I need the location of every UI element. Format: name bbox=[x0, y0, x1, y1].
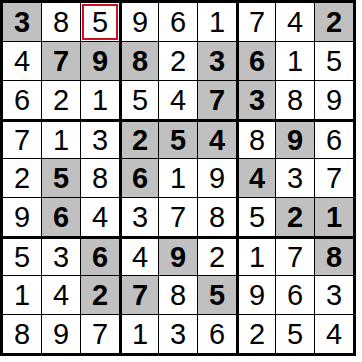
sudoku-cell-r3c9[interactable]: 9 bbox=[315, 81, 353, 119]
sudoku-cell-r3c1[interactable]: 6 bbox=[3, 81, 41, 119]
sudoku-cell-r7c7[interactable]: 1 bbox=[237, 237, 275, 275]
sudoku-cell-r5c3[interactable]: 8 bbox=[81, 159, 119, 197]
sudoku-cell-r1c5[interactable]: 6 bbox=[159, 3, 197, 41]
sudoku-cell-r5c8[interactable]: 3 bbox=[276, 159, 314, 197]
sudoku-cell-r7c3[interactable]: 6 bbox=[81, 237, 119, 275]
sudoku-cell-r9c7[interactable]: 2 bbox=[237, 315, 275, 353]
sudoku-cell-r7c2[interactable]: 3 bbox=[42, 237, 80, 275]
sudoku-cell-r8c8[interactable]: 6 bbox=[276, 276, 314, 314]
sudoku-cell-r6c6[interactable]: 8 bbox=[198, 198, 236, 236]
sudoku-cell-r1c7[interactable]: 7 bbox=[237, 3, 275, 41]
sudoku-cell-r5c9[interactable]: 7 bbox=[315, 159, 353, 197]
sudoku-cell-r3c6[interactable]: 7 bbox=[198, 81, 236, 119]
sudoku-cell-r6c2[interactable]: 6 bbox=[42, 198, 80, 236]
sudoku-cell-r3c2[interactable]: 2 bbox=[42, 81, 80, 119]
sudoku-cell-r3c4[interactable]: 5 bbox=[120, 81, 158, 119]
sudoku-cell-r7c9[interactable]: 8 bbox=[315, 237, 353, 275]
sudoku-cell-r7c8[interactable]: 7 bbox=[276, 237, 314, 275]
sudoku-cell-r1c3[interactable]: 5 bbox=[81, 3, 119, 41]
sudoku-cell-r3c3[interactable]: 1 bbox=[81, 81, 119, 119]
sudoku-cell-r8c3[interactable]: 2 bbox=[81, 276, 119, 314]
sudoku-cell-r2c1[interactable]: 4 bbox=[3, 42, 41, 80]
sudoku-cell-r6c5[interactable]: 7 bbox=[159, 198, 197, 236]
sudoku-cell-r6c9[interactable]: 1 bbox=[315, 198, 353, 236]
sudoku-cell-r3c5[interactable]: 4 bbox=[159, 81, 197, 119]
sudoku-cell-r4c7[interactable]: 8 bbox=[237, 120, 275, 158]
sudoku-cell-r4c1[interactable]: 7 bbox=[3, 120, 41, 158]
sudoku-cell-r5c4[interactable]: 6 bbox=[120, 159, 158, 197]
sudoku-cell-r8c4[interactable]: 7 bbox=[120, 276, 158, 314]
sudoku-cell-r4c9[interactable]: 6 bbox=[315, 120, 353, 158]
sudoku-cell-r8c9[interactable]: 3 bbox=[315, 276, 353, 314]
sudoku-cell-r4c6[interactable]: 4 bbox=[198, 120, 236, 158]
sudoku-cell-r8c7[interactable]: 9 bbox=[237, 276, 275, 314]
sudoku-cell-r9c3[interactable]: 7 bbox=[81, 315, 119, 353]
sudoku-cell-r1c2[interactable]: 8 bbox=[42, 3, 80, 41]
sudoku-cell-r1c1[interactable]: 3 bbox=[3, 3, 41, 41]
sudoku-cell-r1c8[interactable]: 4 bbox=[276, 3, 314, 41]
sudoku-cell-r4c3[interactable]: 3 bbox=[81, 120, 119, 158]
sudoku-cell-r7c6[interactable]: 2 bbox=[198, 237, 236, 275]
sudoku-cell-r7c1[interactable]: 5 bbox=[3, 237, 41, 275]
sudoku-cell-r6c3[interactable]: 4 bbox=[81, 198, 119, 236]
sudoku-cell-r4c8[interactable]: 9 bbox=[276, 120, 314, 158]
sudoku-board: 3859617424798236156215473897132548962586… bbox=[0, 0, 356, 356]
sudoku-cell-r5c2[interactable]: 5 bbox=[42, 159, 80, 197]
sudoku-cell-r6c1[interactable]: 9 bbox=[3, 198, 41, 236]
sudoku-cell-r1c4[interactable]: 9 bbox=[120, 3, 158, 41]
sudoku-cell-r9c2[interactable]: 9 bbox=[42, 315, 80, 353]
sudoku-cell-r9c8[interactable]: 5 bbox=[276, 315, 314, 353]
sudoku-cell-r5c1[interactable]: 2 bbox=[3, 159, 41, 197]
sudoku-cell-r8c5[interactable]: 8 bbox=[159, 276, 197, 314]
sudoku-cell-r2c2[interactable]: 7 bbox=[42, 42, 80, 80]
sudoku-cell-r9c4[interactable]: 1 bbox=[120, 315, 158, 353]
sudoku-cell-r5c5[interactable]: 1 bbox=[159, 159, 197, 197]
sudoku-cell-r9c1[interactable]: 8 bbox=[3, 315, 41, 353]
sudoku-cell-r6c7[interactable]: 5 bbox=[237, 198, 275, 236]
sudoku-cell-r7c5[interactable]: 9 bbox=[159, 237, 197, 275]
sudoku-cell-r3c8[interactable]: 8 bbox=[276, 81, 314, 119]
sudoku-cell-r5c6[interactable]: 9 bbox=[198, 159, 236, 197]
sudoku-cell-r5c7[interactable]: 4 bbox=[237, 159, 275, 197]
sudoku-cell-r6c4[interactable]: 3 bbox=[120, 198, 158, 236]
sudoku-cell-r2c8[interactable]: 1 bbox=[276, 42, 314, 80]
sudoku-cell-r6c8[interactable]: 2 bbox=[276, 198, 314, 236]
sudoku-cell-r8c2[interactable]: 4 bbox=[42, 276, 80, 314]
sudoku-cell-r2c6[interactable]: 3 bbox=[198, 42, 236, 80]
sudoku-cell-r7c4[interactable]: 4 bbox=[120, 237, 158, 275]
sudoku-cell-r9c6[interactable]: 6 bbox=[198, 315, 236, 353]
sudoku-cell-r4c4[interactable]: 2 bbox=[120, 120, 158, 158]
sudoku-cell-r8c6[interactable]: 5 bbox=[198, 276, 236, 314]
sudoku-cell-r2c4[interactable]: 8 bbox=[120, 42, 158, 80]
sudoku-cell-r1c6[interactable]: 1 bbox=[198, 3, 236, 41]
sudoku-cell-r9c5[interactable]: 3 bbox=[159, 315, 197, 353]
sudoku-cell-r8c1[interactable]: 1 bbox=[3, 276, 41, 314]
sudoku-cell-r1c9[interactable]: 2 bbox=[315, 3, 353, 41]
sudoku-cell-r2c5[interactable]: 2 bbox=[159, 42, 197, 80]
sudoku-cell-r2c9[interactable]: 5 bbox=[315, 42, 353, 80]
sudoku-cell-r4c2[interactable]: 1 bbox=[42, 120, 80, 158]
sudoku-cell-r2c7[interactable]: 6 bbox=[237, 42, 275, 80]
sudoku-cell-r9c9[interactable]: 4 bbox=[315, 315, 353, 353]
selection-ring bbox=[82, 4, 118, 40]
sudoku-cell-r2c3[interactable]: 9 bbox=[81, 42, 119, 80]
sudoku-cell-r4c5[interactable]: 5 bbox=[159, 120, 197, 158]
sudoku-cell-r3c7[interactable]: 3 bbox=[237, 81, 275, 119]
